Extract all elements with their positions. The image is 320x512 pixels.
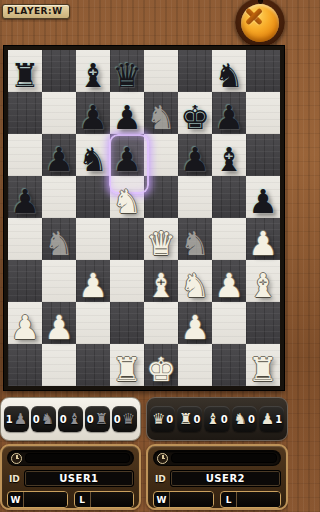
bishop-icon: ♝ — [68, 412, 81, 427]
piece-white-queen-e4[interactable]: ♛ — [144, 212, 178, 260]
move-hint-ghost-white-knight-f4[interactable]: ♞ — [178, 212, 212, 260]
player2-id-label: ID — [153, 474, 166, 484]
captured-count: 0 — [166, 414, 173, 425]
pawn-icon: ♟ — [14, 412, 27, 427]
piece-black-knight-g8[interactable]: ♞ — [212, 44, 246, 92]
piece-black-pawn-f6[interactable]: ♟ — [178, 128, 212, 176]
player2-name: USER2 — [170, 470, 281, 487]
player1-timer — [7, 450, 134, 466]
chess-board[interactable]: ♞♞♞♜♝♛♞♟♟♚♟♟♞♟♟♝♟♞♟♛♟♟♝♞♟♝♟♟♟♜♚♜ — [4, 46, 284, 390]
square-g2[interactable] — [212, 302, 246, 344]
piece-white-pawn-f2[interactable]: ♟ — [178, 296, 212, 344]
player1-losses-box[interactable]: L — [74, 491, 135, 508]
piece-black-pawn-b6[interactable]: ♟ — [42, 128, 76, 176]
queen-icon: ♛ — [152, 412, 165, 427]
rook-icon: ♜ — [179, 412, 192, 427]
piece-white-king-e1[interactable]: ♚ — [144, 338, 178, 386]
square-e6[interactable] — [144, 134, 178, 176]
square-c1[interactable] — [76, 344, 110, 386]
square-d4[interactable] — [110, 218, 144, 260]
captured-count: 1 — [6, 414, 13, 425]
square-h8[interactable] — [246, 50, 280, 92]
square-h7[interactable] — [246, 92, 280, 134]
square-b8[interactable] — [42, 50, 76, 92]
captured-rook-slot: 0♜ — [85, 406, 110, 432]
square-f1[interactable] — [178, 344, 212, 386]
captured-knight-slot: 0♞ — [31, 406, 56, 432]
captured-bishop-slot: ♝0 — [204, 406, 229, 432]
captured-count: 0 — [194, 414, 201, 425]
piece-black-knight-c6[interactable]: ♞ — [76, 128, 110, 176]
piece-white-rook-d1[interactable]: ♜ — [110, 338, 144, 386]
piece-white-pawn-g3[interactable]: ♟ — [212, 254, 246, 302]
knight-icon: ♞ — [234, 412, 247, 427]
player2-losses-box[interactable]: L — [220, 491, 281, 508]
player1-wins-box[interactable]: W — [7, 491, 68, 508]
piece-black-pawn-d6[interactable]: ♟ — [110, 128, 144, 176]
player1-time-track — [25, 453, 130, 463]
move-hint-ghost-white-knight-e7[interactable]: ♞ — [144, 86, 178, 134]
captured-count: 0 — [221, 414, 228, 425]
captured-count: 0 — [87, 414, 94, 425]
captured-count: 0 — [248, 414, 255, 425]
piece-black-rook-a8[interactable]: ♜ — [8, 44, 42, 92]
win-label: W — [8, 495, 23, 505]
square-a4[interactable] — [8, 218, 42, 260]
close-button[interactable] — [235, 0, 285, 47]
piece-white-pawn-a2[interactable]: ♟ — [8, 296, 42, 344]
piece-black-pawn-a5[interactable]: ♟ — [8, 170, 42, 218]
square-a1[interactable] — [8, 344, 42, 386]
piece-white-pawn-h4[interactable]: ♟ — [246, 212, 280, 260]
square-g5[interactable] — [212, 176, 246, 218]
win-value — [169, 492, 213, 507]
captured-queen-slot: ♛0 — [150, 406, 175, 432]
player2-timer — [153, 450, 281, 466]
piece-white-knight-f3[interactable]: ♞ — [178, 254, 212, 302]
loss-label: L — [221, 495, 236, 505]
piece-black-king-f7[interactable]: ♚ — [178, 86, 212, 134]
captured-pawn-slot: 1♟ — [4, 406, 29, 432]
piece-white-bishop-e3[interactable]: ♝ — [144, 254, 178, 302]
captured-count: 0 — [114, 414, 121, 425]
loss-value — [90, 492, 134, 507]
loss-value — [236, 492, 280, 507]
piece-black-pawn-c7[interactable]: ♟ — [76, 86, 110, 134]
loss-label: L — [75, 495, 90, 505]
move-hint-ghost-white-knight-b4[interactable]: ♞ — [42, 212, 76, 260]
captured-bishop-slot: 0♝ — [58, 406, 83, 432]
player-turn-label: PLAYER:W — [2, 4, 70, 19]
player1-id-label: ID — [7, 474, 20, 484]
piece-black-pawn-d7[interactable]: ♟ — [110, 86, 144, 134]
clock-icon — [157, 453, 168, 464]
player1-name: USER1 — [24, 470, 134, 487]
knight-icon: ♞ — [41, 412, 54, 427]
piece-black-pawn-g7[interactable]: ♟ — [212, 86, 246, 134]
piece-white-rook-h1[interactable]: ♜ — [246, 338, 280, 386]
queen-icon: ♛ — [122, 412, 135, 427]
piece-white-bishop-h3[interactable]: ♝ — [246, 254, 280, 302]
captured-pawn-slot: ♟1 — [259, 406, 284, 432]
captured-count: 0 — [60, 414, 67, 425]
bishop-icon: ♝ — [206, 412, 219, 427]
piece-black-bishop-c8[interactable]: ♝ — [76, 44, 110, 92]
piece-white-knight-d5[interactable]: ♞ — [110, 170, 144, 218]
win-label: W — [154, 495, 169, 505]
square-b1[interactable] — [42, 344, 76, 386]
captured-rook-slot: ♜0 — [177, 406, 202, 432]
square-g1[interactable] — [212, 344, 246, 386]
piece-white-pawn-b2[interactable]: ♟ — [42, 296, 76, 344]
piece-black-queen-d8[interactable]: ♛ — [110, 44, 144, 92]
player2-time-track — [171, 453, 277, 463]
captured-count: 1 — [275, 414, 282, 425]
square-a7[interactable] — [8, 92, 42, 134]
piece-black-bishop-g6[interactable]: ♝ — [212, 128, 246, 176]
captured-queen-slot: 0♛ — [112, 406, 137, 432]
clock-icon — [11, 453, 22, 464]
captured-count: 0 — [33, 414, 40, 425]
piece-black-pawn-h5[interactable]: ♟ — [246, 170, 280, 218]
square-c5[interactable] — [76, 176, 110, 218]
player2-panel: ID USER2 W L — [146, 444, 288, 510]
captured-black-pieces-tray: 1♟0♞0♝0♜0♛ — [0, 397, 141, 441]
rook-icon: ♜ — [95, 412, 108, 427]
captured-knight-slot: ♞0 — [232, 406, 257, 432]
player2-wins-box[interactable]: W — [153, 491, 214, 508]
square-d3[interactable] — [110, 260, 144, 302]
piece-white-pawn-c3[interactable]: ♟ — [76, 254, 110, 302]
win-value — [23, 492, 67, 507]
player1-panel: ID USER1 W L — [0, 444, 141, 510]
pawn-icon: ♟ — [261, 412, 274, 427]
captured-white-pieces-tray: ♛0♜0♝0♞0♟1 — [146, 397, 288, 441]
square-c2[interactable] — [76, 302, 110, 344]
